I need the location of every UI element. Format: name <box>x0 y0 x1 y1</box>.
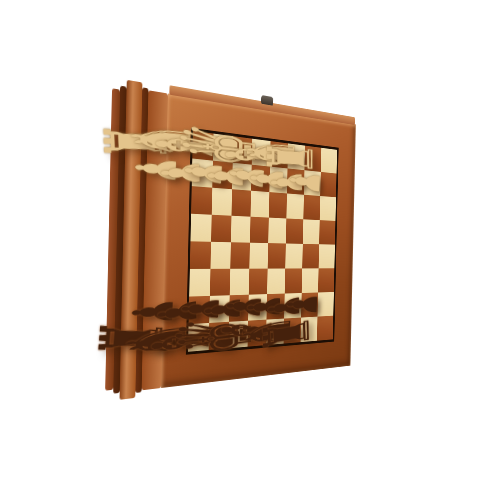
box-top-edge <box>169 85 355 125</box>
board-frame: ♜♞♝♛♚♝♞♜♟♟♟♟♟♟♟♟♟♟♟♟♟♟♟♟♜♞♝♛♚♝♞♜ <box>161 94 356 388</box>
piece-black-pawn: ♟ <box>220 293 268 320</box>
piece-white-pawn: ♟ <box>178 156 230 189</box>
folding-chess-box: ♜♞♝♛♚♝♞♜♟♟♟♟♟♟♟♟♟♟♟♟♟♟♟♟♜♞♝♛♚♝♞♜ <box>105 84 352 394</box>
piece-black-pawn: ♟ <box>175 296 227 323</box>
piece-black-pawn: ♟ <box>281 293 323 317</box>
product-photo: ♜♞♝♛♚♝♞♜♟♟♟♟♟♟♟♟♟♟♟♟♟♟♟♟♜♞♝♛♚♝♞♜ <box>0 0 500 500</box>
chess-board: ♜♞♝♛♚♝♞♜♟♟♟♟♟♟♟♟♟♟♟♟♟♟♟♟♜♞♝♛♚♝♞♜ <box>186 128 339 355</box>
piece-black-rook: ♜ <box>255 313 318 355</box>
piece-black-king: ♚ <box>190 316 261 358</box>
piece-black-knight: ♞ <box>234 314 300 351</box>
piece-black-queen: ♛ <box>166 318 242 354</box>
pieces-layer: ♜♞♝♛♚♝♞♜♟♟♟♟♟♟♟♟♟♟♟♟♟♟♟♟♜♞♝♛♚♝♞♜ <box>188 131 337 352</box>
piece-black-bishop: ♝ <box>212 313 282 348</box>
piece-black-pawn: ♟ <box>198 295 246 325</box>
clasp-latch-icon <box>261 95 273 106</box>
piece-white-bishop: ♝ <box>217 137 286 171</box>
piece-white-pawn: ♟ <box>265 170 308 195</box>
piece-white-pawn: ♟ <box>284 167 326 196</box>
piece-white-rook: ♜ <box>259 139 321 174</box>
piece-white-knight: ♞ <box>238 131 304 174</box>
piece-black-pawn: ♟ <box>242 294 287 320</box>
photo-scene: ♜♞♝♛♚♝♞♜♟♟♟♟♟♟♟♟♟♟♟♟♟♟♟♟♜♞♝♛♚♝♞♜ <box>0 0 500 500</box>
piece-white-pawn: ♟ <box>201 162 249 190</box>
piece-white-pawn: ♟ <box>223 159 271 192</box>
piece-black-pawn: ♟ <box>262 292 305 322</box>
board-spine <box>105 84 168 394</box>
piece-white-pawn: ♟ <box>245 165 290 193</box>
piece-white-king: ♚ <box>195 128 267 170</box>
piece-white-queen: ♛ <box>170 118 246 168</box>
